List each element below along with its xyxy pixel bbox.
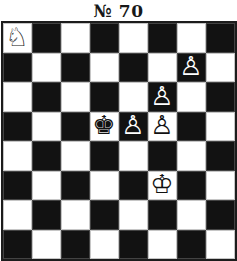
square-e1[interactable] — [119, 230, 148, 260]
piece-white-pawn: ♙ — [179, 53, 202, 79]
square-g8[interactable] — [177, 23, 206, 53]
square-c7[interactable] — [61, 53, 90, 83]
square-e8[interactable] — [119, 23, 148, 53]
square-a3[interactable] — [3, 171, 32, 201]
square-d6[interactable] — [90, 82, 119, 112]
square-f3[interactable]: ♔ — [148, 171, 177, 201]
square-d7[interactable] — [90, 53, 119, 83]
piece-white-pawn: ♙ — [150, 83, 173, 109]
square-h4[interactable] — [206, 141, 235, 171]
square-c2[interactable] — [61, 200, 90, 230]
square-h6[interactable] — [206, 82, 235, 112]
square-g3[interactable] — [177, 171, 206, 201]
piece-black-king: ♚ — [92, 112, 115, 138]
square-b4[interactable] — [32, 141, 61, 171]
square-e7[interactable] — [119, 53, 148, 83]
square-f1[interactable] — [148, 230, 177, 260]
square-h7[interactable] — [206, 53, 235, 83]
square-d1[interactable] — [90, 230, 119, 260]
square-d2[interactable] — [90, 200, 119, 230]
square-b1[interactable] — [32, 230, 61, 260]
square-f7[interactable] — [148, 53, 177, 83]
square-a5[interactable] — [3, 112, 32, 142]
square-f2[interactable] — [148, 200, 177, 230]
square-g6[interactable] — [177, 82, 206, 112]
square-e2[interactable] — [119, 200, 148, 230]
square-h5[interactable] — [206, 112, 235, 142]
piece-white-pawn: ♙ — [121, 112, 144, 138]
square-b7[interactable] — [32, 53, 61, 83]
square-h1[interactable] — [206, 230, 235, 260]
square-a4[interactable] — [3, 141, 32, 171]
square-a7[interactable] — [3, 53, 32, 83]
square-c5[interactable] — [61, 112, 90, 142]
square-g4[interactable] — [177, 141, 206, 171]
square-f4[interactable] — [148, 141, 177, 171]
square-a1[interactable] — [3, 230, 32, 260]
square-a2[interactable] — [3, 200, 32, 230]
square-b2[interactable] — [32, 200, 61, 230]
square-e4[interactable] — [119, 141, 148, 171]
square-e3[interactable] — [119, 171, 148, 201]
square-e6[interactable] — [119, 82, 148, 112]
square-d4[interactable] — [90, 141, 119, 171]
square-a6[interactable] — [3, 82, 32, 112]
chess-diagram-page: № 70 ♘♙♙♚♙♙♔ — [0, 0, 237, 261]
square-d8[interactable] — [90, 23, 119, 53]
square-f8[interactable] — [148, 23, 177, 53]
square-c3[interactable] — [61, 171, 90, 201]
piece-white-pawn: ♙ — [150, 112, 173, 138]
square-b8[interactable] — [32, 23, 61, 53]
square-d5[interactable]: ♚ — [90, 112, 119, 142]
square-a8[interactable]: ♘ — [3, 23, 32, 53]
square-c1[interactable] — [61, 230, 90, 260]
square-b3[interactable] — [32, 171, 61, 201]
square-c6[interactable] — [61, 82, 90, 112]
piece-white-king: ♔ — [150, 171, 173, 197]
square-h2[interactable] — [206, 200, 235, 230]
square-c4[interactable] — [61, 141, 90, 171]
square-h3[interactable] — [206, 171, 235, 201]
square-g5[interactable] — [177, 112, 206, 142]
square-h8[interactable] — [206, 23, 235, 53]
square-g2[interactable] — [177, 200, 206, 230]
square-b6[interactable] — [32, 82, 61, 112]
square-f5[interactable]: ♙ — [148, 112, 177, 142]
square-e5[interactable]: ♙ — [119, 112, 148, 142]
diagram-title: № 70 — [0, 0, 237, 21]
piece-white-knight: ♘ — [5, 24, 28, 50]
chess-board: ♘♙♙♚♙♙♔ — [1, 21, 237, 261]
square-g7[interactable]: ♙ — [177, 53, 206, 83]
square-f6[interactable]: ♙ — [148, 82, 177, 112]
square-c8[interactable] — [61, 23, 90, 53]
square-b5[interactable] — [32, 112, 61, 142]
square-d3[interactable] — [90, 171, 119, 201]
square-g1[interactable] — [177, 230, 206, 260]
